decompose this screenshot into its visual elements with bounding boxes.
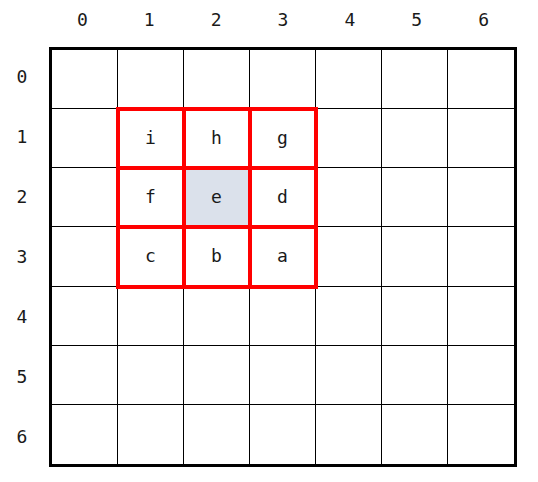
grid-cell-r5c5[interactable] [382, 346, 448, 405]
grid-cell-r3c3[interactable]: a [250, 227, 316, 286]
grid-cell-r5c6[interactable] [448, 346, 514, 405]
row-label-3: 3 [0, 227, 44, 287]
board-grid: ihgfedcba [49, 47, 517, 467]
grid-cell-r1c5[interactable] [382, 109, 448, 168]
col-label-3: 3 [250, 4, 317, 36]
row-label-2: 2 [0, 167, 44, 227]
col-label-1: 1 [116, 4, 183, 36]
grid-cell-r4c0[interactable] [52, 287, 118, 346]
row-label-6: 6 [0, 407, 44, 467]
row-label-1: 1 [0, 107, 44, 167]
grid-cell-r0c6[interactable] [448, 50, 514, 109]
col-label-0: 0 [49, 4, 116, 36]
grid-cell-r1c3[interactable]: g [250, 109, 316, 168]
grid-cell-r0c5[interactable] [382, 50, 448, 109]
grid-cell-r4c2[interactable] [184, 287, 250, 346]
grid-cells: ihgfedcba [52, 50, 514, 464]
grid-cell-r1c1[interactable]: i [118, 109, 184, 168]
grid-cell-r5c4[interactable] [316, 346, 382, 405]
grid-cell-r0c4[interactable] [316, 50, 382, 109]
grid-cell-r4c3[interactable] [250, 287, 316, 346]
grid-cell-r6c2[interactable] [184, 405, 250, 464]
row-label-0: 0 [0, 47, 44, 107]
row-labels: 0123456 [0, 47, 44, 467]
grid-cell-r5c2[interactable] [184, 346, 250, 405]
grid-cell-r5c0[interactable] [52, 346, 118, 405]
grid-cell-r4c1[interactable] [118, 287, 184, 346]
grid-cell-r2c2[interactable]: e [184, 168, 250, 227]
grid-cell-r3c4[interactable] [316, 227, 382, 286]
col-label-4: 4 [316, 4, 383, 36]
grid-cell-r5c3[interactable] [250, 346, 316, 405]
grid-cell-r4c4[interactable] [316, 287, 382, 346]
grid-cell-r6c1[interactable] [118, 405, 184, 464]
grid-cell-r5c1[interactable] [118, 346, 184, 405]
grid-cell-r6c0[interactable] [52, 405, 118, 464]
grid-cell-r0c1[interactable] [118, 50, 184, 109]
grid-cell-r2c3[interactable]: d [250, 168, 316, 227]
row-label-5: 5 [0, 347, 44, 407]
grid-cell-r3c0[interactable] [52, 227, 118, 286]
grid-cell-r0c0[interactable] [52, 50, 118, 109]
grid-cell-r4c5[interactable] [382, 287, 448, 346]
grid-cell-r0c2[interactable] [184, 50, 250, 109]
grid-cell-r3c6[interactable] [448, 227, 514, 286]
grid-cell-r2c1[interactable]: f [118, 168, 184, 227]
grid-cell-r4c6[interactable] [448, 287, 514, 346]
grid-cell-r6c3[interactable] [250, 405, 316, 464]
col-label-5: 5 [383, 4, 450, 36]
grid-cell-r3c2[interactable]: b [184, 227, 250, 286]
grid-cell-r1c6[interactable] [448, 109, 514, 168]
col-label-6: 6 [450, 4, 517, 36]
col-label-2: 2 [183, 4, 250, 36]
grid-cell-r6c5[interactable] [382, 405, 448, 464]
grid-cell-r3c5[interactable] [382, 227, 448, 286]
grid-cell-r3c1[interactable]: c [118, 227, 184, 286]
grid-cell-r2c4[interactable] [316, 168, 382, 227]
column-labels: 0123456 [49, 4, 517, 36]
grid-cell-r6c4[interactable] [316, 405, 382, 464]
grid-cell-r6c6[interactable] [448, 405, 514, 464]
grid-cell-r1c0[interactable] [52, 109, 118, 168]
grid-cell-r2c0[interactable] [52, 168, 118, 227]
row-label-4: 4 [0, 287, 44, 347]
grid-cell-r1c2[interactable]: h [184, 109, 250, 168]
grid-cell-r2c5[interactable] [382, 168, 448, 227]
grid-cell-r1c4[interactable] [316, 109, 382, 168]
grid-cell-r0c3[interactable] [250, 50, 316, 109]
grid-cell-r2c6[interactable] [448, 168, 514, 227]
board-figure: 0123456 0123456 ihgfedcba [0, 0, 538, 482]
